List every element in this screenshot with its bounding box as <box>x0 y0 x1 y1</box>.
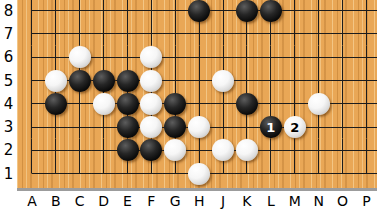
intersection-K3[interactable] <box>235 115 259 138</box>
col-label-N: N <box>307 194 331 208</box>
intersection-L6[interactable] <box>259 46 283 69</box>
intersection-A3[interactable] <box>20 115 44 138</box>
intersection-F1[interactable] <box>139 162 163 185</box>
intersection-H1[interactable] <box>187 162 211 185</box>
go-board[interactable]: 12 <box>17 0 377 188</box>
intersection-B2[interactable] <box>44 139 68 162</box>
move-number-label-L3: 1 <box>266 121 275 134</box>
intersection-P8[interactable] <box>354 0 377 22</box>
row-label-5: 5 <box>0 69 17 92</box>
intersection-L1[interactable] <box>259 162 283 185</box>
intersection-K6[interactable] <box>235 46 259 69</box>
stone-white-D4 <box>93 93 115 115</box>
intersection-C3[interactable] <box>68 115 92 138</box>
intersection-E7[interactable] <box>116 22 140 45</box>
intersection-B7[interactable] <box>44 22 68 45</box>
col-label-B: B <box>44 194 68 208</box>
intersection-L7[interactable] <box>259 22 283 45</box>
intersection-F6[interactable] <box>139 46 163 69</box>
stone-black-C5 <box>69 70 91 92</box>
intersection-G7[interactable] <box>163 22 187 45</box>
intersection-F2[interactable] <box>139 139 163 162</box>
intersection-D2[interactable] <box>92 139 116 162</box>
intersection-G1[interactable] <box>163 162 187 185</box>
intersection-D6[interactable] <box>92 46 116 69</box>
intersection-O2[interactable] <box>331 139 355 162</box>
col-label-M: M <box>283 194 307 208</box>
intersection-P4[interactable] <box>354 92 377 115</box>
intersection-M3[interactable]: 2 <box>283 115 307 138</box>
stone-black-L8 <box>260 0 282 22</box>
intersection-J1[interactable] <box>211 162 235 185</box>
intersection-K7[interactable] <box>235 22 259 45</box>
stone-white-J5 <box>212 70 234 92</box>
intersection-M8[interactable] <box>283 0 307 22</box>
stone-white-F4 <box>140 93 162 115</box>
intersection-A6[interactable] <box>20 46 44 69</box>
row-label-1: 1 <box>0 162 17 185</box>
intersection-F4[interactable] <box>139 92 163 115</box>
intersection-G3[interactable] <box>163 115 187 138</box>
stone-white-M3: 2 <box>284 116 306 138</box>
intersection-E6[interactable] <box>116 46 140 69</box>
intersection-E3[interactable] <box>116 115 140 138</box>
intersection-J6[interactable] <box>211 46 235 69</box>
intersection-L4[interactable] <box>259 92 283 115</box>
intersection-D3[interactable] <box>92 115 116 138</box>
intersection-P7[interactable] <box>354 22 377 45</box>
intersection-C4[interactable] <box>68 92 92 115</box>
board-grid: 12 <box>20 0 377 185</box>
intersection-E2[interactable] <box>116 139 140 162</box>
stone-black-H8 <box>188 0 210 22</box>
intersection-L8[interactable] <box>259 0 283 22</box>
intersection-O1[interactable] <box>331 162 355 185</box>
row-label-6: 6 <box>0 46 17 69</box>
intersection-J7[interactable] <box>211 22 235 45</box>
intersection-D4[interactable] <box>92 92 116 115</box>
intersection-B5[interactable] <box>44 69 68 92</box>
intersection-B8[interactable] <box>44 0 68 22</box>
intersection-K8[interactable] <box>235 0 259 22</box>
intersection-F8[interactable] <box>139 0 163 22</box>
stone-black-F2 <box>140 139 162 161</box>
intersection-G2[interactable] <box>163 139 187 162</box>
intersection-B1[interactable] <box>44 162 68 185</box>
col-label-F: F <box>139 194 163 208</box>
intersection-D7[interactable] <box>92 22 116 45</box>
intersection-P1[interactable] <box>354 162 377 185</box>
intersection-C6[interactable] <box>68 46 92 69</box>
intersection-B4[interactable] <box>44 92 68 115</box>
intersection-N8[interactable] <box>307 0 331 22</box>
intersection-P3[interactable] <box>354 115 377 138</box>
stone-black-G4 <box>164 93 186 115</box>
stone-black-E3 <box>117 116 139 138</box>
stone-white-F6 <box>140 46 162 68</box>
intersection-F3[interactable] <box>139 115 163 138</box>
intersection-H5[interactable] <box>187 69 211 92</box>
stone-white-G2 <box>164 139 186 161</box>
intersection-G6[interactable] <box>163 46 187 69</box>
intersection-O3[interactable] <box>331 115 355 138</box>
col-label-O: O <box>331 194 355 208</box>
intersection-M2[interactable] <box>283 139 307 162</box>
stone-white-F5 <box>140 70 162 92</box>
stone-black-K4 <box>236 93 258 115</box>
stone-white-C6 <box>69 46 91 68</box>
intersection-O5[interactable] <box>331 69 355 92</box>
intersection-K2[interactable] <box>235 139 259 162</box>
intersection-N1[interactable] <box>307 162 331 185</box>
intersection-F7[interactable] <box>139 22 163 45</box>
intersection-E4[interactable] <box>116 92 140 115</box>
intersection-G4[interactable] <box>163 92 187 115</box>
intersection-J5[interactable] <box>211 69 235 92</box>
intersection-B3[interactable] <box>44 115 68 138</box>
stone-white-K2 <box>236 139 258 161</box>
row-label-2: 2 <box>0 139 17 162</box>
intersection-E8[interactable] <box>116 0 140 22</box>
intersection-A5[interactable] <box>20 69 44 92</box>
go-board-widget: 12 87654321 ABCDEFGHJKLMNOP <box>0 0 377 212</box>
intersection-P6[interactable] <box>354 46 377 69</box>
intersection-J2[interactable] <box>211 139 235 162</box>
intersection-F5[interactable] <box>139 69 163 92</box>
intersection-A8[interactable] <box>20 0 44 22</box>
row-label-7: 7 <box>0 22 17 45</box>
intersection-M4[interactable] <box>283 92 307 115</box>
intersection-M5[interactable] <box>283 69 307 92</box>
col-label-C: C <box>68 194 92 208</box>
intersection-K4[interactable] <box>235 92 259 115</box>
intersection-E5[interactable] <box>116 69 140 92</box>
intersection-H8[interactable] <box>187 0 211 22</box>
stone-black-B4 <box>45 93 67 115</box>
intersection-N4[interactable] <box>307 92 331 115</box>
intersection-K5[interactable] <box>235 69 259 92</box>
stone-black-G3 <box>164 116 186 138</box>
intersection-M6[interactable] <box>283 46 307 69</box>
col-label-D: D <box>92 194 116 208</box>
stone-white-N4 <box>308 93 330 115</box>
column-labels: ABCDEFGHJKLMNOP <box>20 194 377 208</box>
intersection-B6[interactable] <box>44 46 68 69</box>
col-label-P: P <box>354 194 377 208</box>
stone-black-D5 <box>93 70 115 92</box>
col-label-H: H <box>187 194 211 208</box>
intersection-J8[interactable] <box>211 0 235 22</box>
move-number-label-M3: 2 <box>290 121 299 134</box>
intersection-O7[interactable] <box>331 22 355 45</box>
stone-black-E2 <box>117 139 139 161</box>
col-label-L: L <box>259 194 283 208</box>
col-label-K: K <box>235 194 259 208</box>
intersection-C1[interactable] <box>68 162 92 185</box>
col-label-J: J <box>211 194 235 208</box>
intersection-N5[interactable] <box>307 69 331 92</box>
intersection-E1[interactable] <box>116 162 140 185</box>
intersection-G8[interactable] <box>163 0 187 22</box>
intersection-N7[interactable] <box>307 22 331 45</box>
intersection-N3[interactable] <box>307 115 331 138</box>
col-label-G: G <box>163 194 187 208</box>
intersection-D8[interactable] <box>92 0 116 22</box>
intersection-P2[interactable] <box>354 139 377 162</box>
intersection-L3[interactable]: 1 <box>259 115 283 138</box>
intersection-D1[interactable] <box>92 162 116 185</box>
intersection-P5[interactable] <box>354 69 377 92</box>
intersection-G5[interactable] <box>163 69 187 92</box>
intersection-L5[interactable] <box>259 69 283 92</box>
intersection-A2[interactable] <box>20 139 44 162</box>
intersection-H6[interactable] <box>187 46 211 69</box>
col-label-A: A <box>20 194 44 208</box>
intersection-M7[interactable] <box>283 22 307 45</box>
stone-white-H1 <box>188 163 210 185</box>
row-label-3: 3 <box>0 115 17 138</box>
intersection-A1[interactable] <box>20 162 44 185</box>
intersection-O6[interactable] <box>331 46 355 69</box>
intersection-C8[interactable] <box>68 0 92 22</box>
row-label-8: 8 <box>0 0 17 22</box>
stone-white-H3 <box>188 116 210 138</box>
intersection-C2[interactable] <box>68 139 92 162</box>
intersection-A7[interactable] <box>20 22 44 45</box>
intersection-O4[interactable] <box>331 92 355 115</box>
stone-white-F3 <box>140 116 162 138</box>
intersection-H4[interactable] <box>187 92 211 115</box>
row-label-4: 4 <box>0 92 17 115</box>
intersection-J4[interactable] <box>211 92 235 115</box>
intersection-H3[interactable] <box>187 115 211 138</box>
intersection-A4[interactable] <box>20 92 44 115</box>
stone-black-L3: 1 <box>260 116 282 138</box>
stone-black-K8 <box>236 0 258 22</box>
intersection-N6[interactable] <box>307 46 331 69</box>
intersection-J3[interactable] <box>211 115 235 138</box>
intersection-K1[interactable] <box>235 162 259 185</box>
intersection-D5[interactable] <box>92 69 116 92</box>
intersection-N2[interactable] <box>307 139 331 162</box>
board-edge-bar <box>17 188 377 191</box>
intersection-C7[interactable] <box>68 22 92 45</box>
stone-white-J2 <box>212 139 234 161</box>
stone-white-B5 <box>45 70 67 92</box>
intersection-H2[interactable] <box>187 139 211 162</box>
intersection-O8[interactable] <box>331 0 355 22</box>
intersection-H7[interactable] <box>187 22 211 45</box>
stone-black-E5 <box>117 70 139 92</box>
intersection-C5[interactable] <box>68 69 92 92</box>
stone-black-E4 <box>117 93 139 115</box>
row-labels: 87654321 <box>0 0 17 185</box>
intersection-M1[interactable] <box>283 162 307 185</box>
col-label-E: E <box>116 194 140 208</box>
intersection-L2[interactable] <box>259 139 283 162</box>
